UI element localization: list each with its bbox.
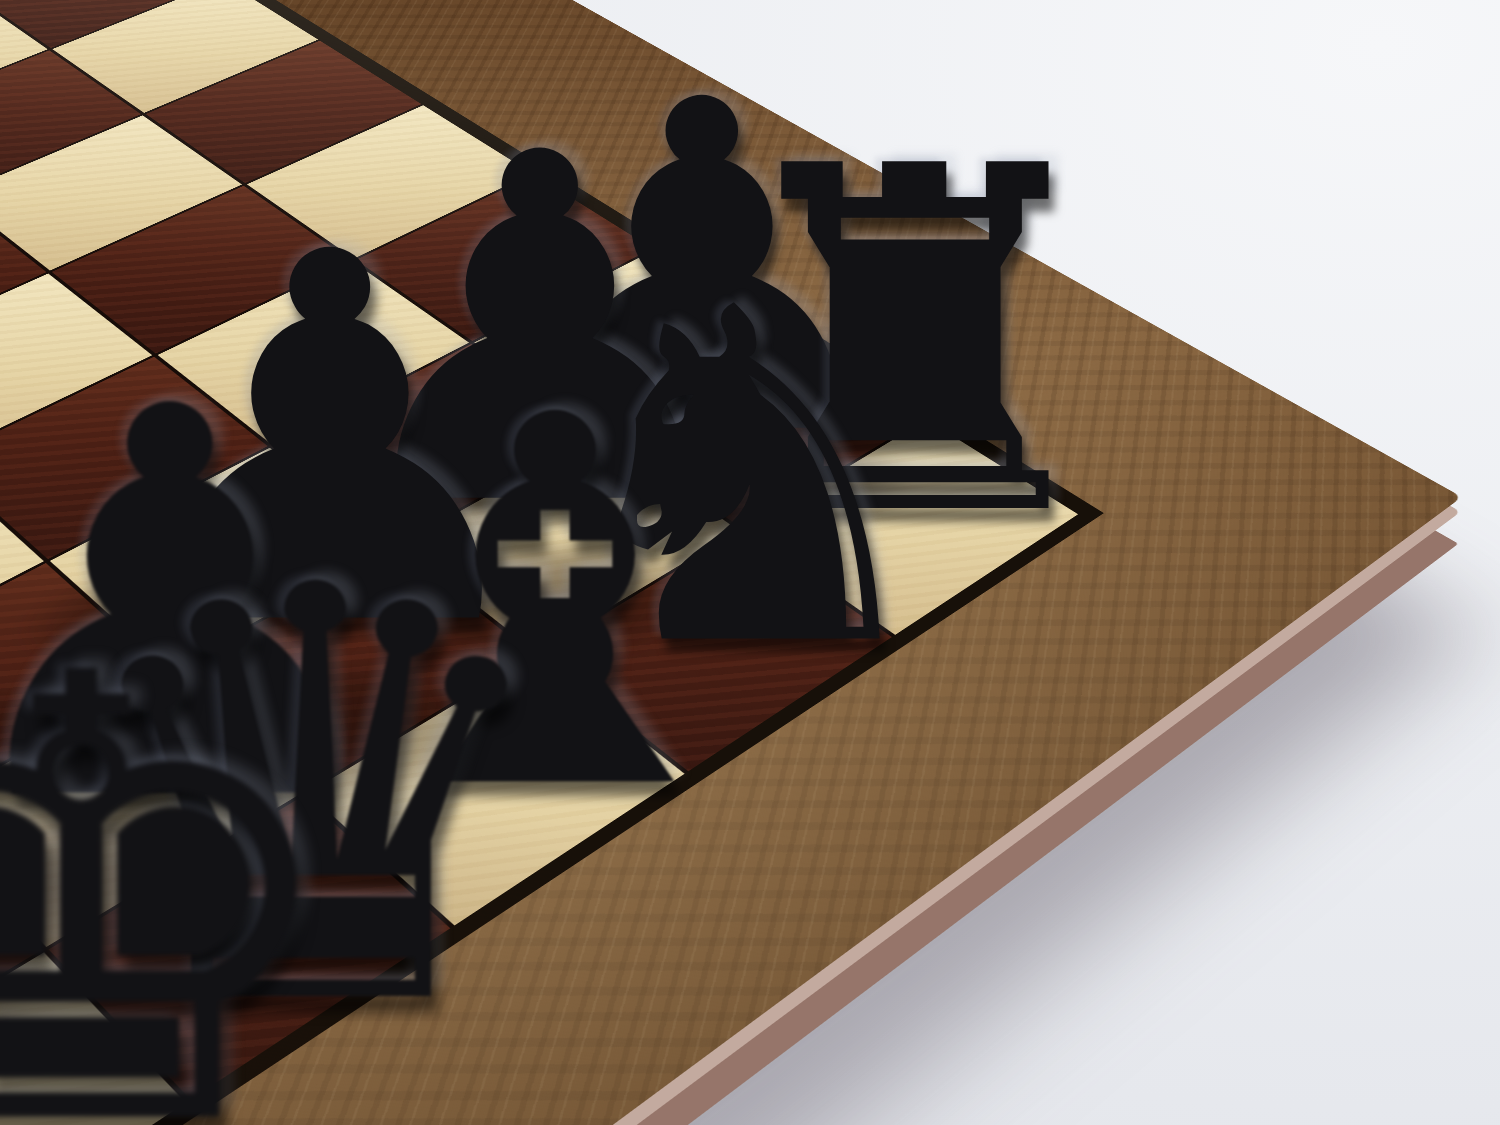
piece-black-king-e8[interactable]: ♚ bbox=[0, 597, 356, 1125]
king-glyph: ♚ bbox=[0, 597, 356, 1125]
photo-backdrop: ♟♜♟♞♟♝♟♛♚ bbox=[0, 0, 1500, 1125]
